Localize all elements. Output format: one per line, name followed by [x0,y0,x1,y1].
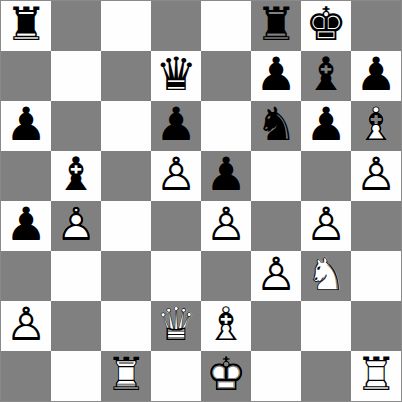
square-c8[interactable] [101,1,151,51]
black-pawn-icon: ♟ [205,151,246,197]
black-knight-icon: ♞ [255,101,296,147]
square-c3[interactable] [101,251,151,301]
white-bishop-icon: ♗ [355,101,396,147]
white-queen-icon: ♕ [155,301,196,347]
white-rook-icon: ♖ [355,351,396,397]
square-c4[interactable] [101,201,151,251]
square-b7[interactable] [51,51,101,101]
white-pawn-icon: ♙ [205,201,246,247]
black-queen-icon: ♛ [155,51,196,97]
square-g7[interactable]: ♝ [301,51,351,101]
square-b6[interactable] [51,101,101,151]
square-h8[interactable] [351,1,401,51]
square-d3[interactable] [151,251,201,301]
white-pawn-icon: ♙ [355,151,396,197]
square-a1[interactable] [1,351,51,401]
white-rook-icon: ♖ [105,351,146,397]
square-h3[interactable] [351,251,401,301]
square-h4[interactable] [351,201,401,251]
black-pawn-icon: ♟ [255,51,296,97]
square-e2[interactable]: ♝♗ [201,301,251,351]
square-b8[interactable] [51,1,101,51]
square-h5[interactable]: ♟♙ [351,151,401,201]
square-f1[interactable] [251,351,301,401]
square-f2[interactable] [251,301,301,351]
square-d5[interactable]: ♟♙ [151,151,201,201]
square-a7[interactable] [1,51,51,101]
square-b3[interactable] [51,251,101,301]
black-bishop-icon: ♝ [55,151,96,197]
square-d2[interactable]: ♛♕ [151,301,201,351]
square-e8[interactable] [201,1,251,51]
square-a6[interactable]: ♟ [1,101,51,151]
square-d6[interactable]: ♟ [151,101,201,151]
white-pawn-icon: ♙ [5,301,46,347]
square-g6[interactable]: ♟ [301,101,351,151]
black-rook-icon: ♜ [5,1,46,47]
square-d7[interactable]: ♛ [151,51,201,101]
square-c1[interactable]: ♜♖ [101,351,151,401]
square-f8[interactable]: ♜ [251,1,301,51]
black-pawn-icon: ♟ [305,101,346,147]
square-e7[interactable] [201,51,251,101]
square-a8[interactable]: ♜ [1,1,51,51]
white-pawn-icon: ♙ [155,151,196,197]
square-g8[interactable]: ♚ [301,1,351,51]
square-b5[interactable]: ♝ [51,151,101,201]
square-f5[interactable] [251,151,301,201]
square-g4[interactable]: ♟♙ [301,201,351,251]
square-h7[interactable]: ♟ [351,51,401,101]
square-g3[interactable]: ♞♘ [301,251,351,301]
square-b4[interactable]: ♟♙ [51,201,101,251]
black-pawn-icon: ♟ [5,101,46,147]
square-h1[interactable]: ♜♖ [351,351,401,401]
square-d4[interactable] [151,201,201,251]
white-pawn-icon: ♙ [305,201,346,247]
square-e1[interactable]: ♚♔ [201,351,251,401]
square-a2[interactable]: ♟♙ [1,301,51,351]
square-c6[interactable] [101,101,151,151]
square-a3[interactable] [1,251,51,301]
white-knight-icon: ♘ [305,251,346,297]
square-a4[interactable]: ♟ [1,201,51,251]
square-f3[interactable]: ♟♙ [251,251,301,301]
white-pawn-icon: ♙ [255,251,296,297]
square-g5[interactable] [301,151,351,201]
square-d8[interactable] [151,1,201,51]
square-e4[interactable]: ♟♙ [201,201,251,251]
black-pawn-icon: ♟ [155,101,196,147]
square-f6[interactable]: ♞ [251,101,301,151]
white-bishop-icon: ♗ [205,301,246,347]
square-h2[interactable] [351,301,401,351]
square-f7[interactable]: ♟ [251,51,301,101]
black-king-icon: ♚ [305,1,346,47]
square-e6[interactable] [201,101,251,151]
square-f4[interactable] [251,201,301,251]
square-a5[interactable] [1,151,51,201]
square-b1[interactable] [51,351,101,401]
black-bishop-icon: ♝ [305,51,346,97]
white-pawn-icon: ♙ [55,201,96,247]
square-c7[interactable] [101,51,151,101]
square-c2[interactable] [101,301,151,351]
square-b2[interactable] [51,301,101,351]
black-pawn-icon: ♟ [5,201,46,247]
black-pawn-icon: ♟ [355,51,396,97]
chess-board: ♜♜♚♛♟♝♟♟♟♞♟♝♗♝♟♙♟♟♙♟♟♙♟♙♟♙♟♙♞♘♟♙♛♕♝♗♜♖♚♔… [0,0,402,402]
square-g2[interactable] [301,301,351,351]
black-rook-icon: ♜ [255,1,296,47]
white-king-icon: ♔ [205,351,246,397]
square-g1[interactable] [301,351,351,401]
square-c5[interactable] [101,151,151,201]
square-h6[interactable]: ♝♗ [351,101,401,151]
square-e3[interactable] [201,251,251,301]
square-e5[interactable]: ♟ [201,151,251,201]
square-d1[interactable] [151,351,201,401]
